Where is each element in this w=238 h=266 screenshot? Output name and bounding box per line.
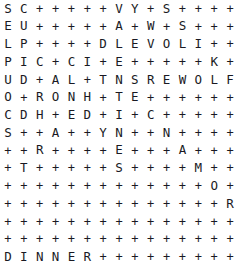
grid-cell-empty[interactable]: +	[79, 142, 95, 160]
grid-cell-empty[interactable]: +	[190, 0, 206, 18]
grid-cell-empty[interactable]: +	[63, 213, 79, 231]
grid-cell-letter[interactable]: O	[206, 177, 222, 195]
grid-cell-empty[interactable]: +	[0, 177, 16, 195]
grid-cell-empty[interactable]: +	[159, 231, 175, 249]
grid-cell-empty[interactable]: +	[48, 213, 64, 231]
grid-cell-empty[interactable]: +	[0, 195, 16, 213]
grid-cell-letter[interactable]: C	[32, 53, 48, 71]
grid-cell-empty[interactable]: +	[95, 177, 111, 195]
grid-cell-empty[interactable]: +	[63, 195, 79, 213]
grid-cell-letter[interactable]: D	[16, 106, 32, 124]
grid-cell-empty[interactable]: +	[222, 89, 238, 107]
grid-cell-empty[interactable]: +	[0, 142, 16, 160]
grid-cell-empty[interactable]: +	[143, 195, 159, 213]
grid-cell-letter[interactable]: R	[32, 142, 48, 160]
grid-cell-letter[interactable]: R	[143, 71, 159, 89]
grid-cell-letter[interactable]: A	[48, 124, 64, 142]
grid-cell-empty[interactable]: +	[206, 35, 222, 53]
grid-cell-letter[interactable]: H	[32, 106, 48, 124]
grid-cell-empty[interactable]: +	[95, 195, 111, 213]
grid-cell-empty[interactable]: +	[159, 89, 175, 107]
grid-cell-empty[interactable]: +	[32, 35, 48, 53]
grid-cell-letter[interactable]: N	[32, 248, 48, 266]
grid-cell-empty[interactable]: +	[143, 142, 159, 160]
grid-cell-empty[interactable]: +	[159, 142, 175, 160]
grid-cell-empty[interactable]: +	[48, 35, 64, 53]
grid-cell-empty[interactable]: +	[175, 106, 191, 124]
grid-cell-empty[interactable]: +	[222, 142, 238, 160]
grid-cell-letter[interactable]: C	[0, 106, 16, 124]
grid-cell-empty[interactable]: +	[190, 142, 206, 160]
grid-cell-empty[interactable]: +	[48, 195, 64, 213]
grid-cell-letter[interactable]: A	[175, 142, 191, 160]
grid-cell-empty[interactable]: +	[32, 160, 48, 178]
grid-cell-empty[interactable]: +	[63, 142, 79, 160]
word-search-grid: SC+++++VY+S++++EU+++++A+W+S+++LP++++DLEV…	[0, 0, 238, 266]
grid-cell-letter[interactable]: S	[159, 0, 175, 18]
grid-cell-letter[interactable]: E	[111, 142, 127, 160]
grid-cell-empty[interactable]: +	[95, 231, 111, 249]
grid-cell-letter[interactable]: S	[127, 71, 143, 89]
grid-cell-empty[interactable]: +	[48, 106, 64, 124]
grid-cell-empty[interactable]: +	[222, 213, 238, 231]
grid-cell-empty[interactable]: +	[190, 89, 206, 107]
grid-cell-letter[interactable]: O	[0, 89, 16, 107]
grid-cell-letter[interactable]: D	[79, 106, 95, 124]
grid-cell-empty[interactable]: +	[48, 18, 64, 36]
grid-cell-empty[interactable]: +	[127, 160, 143, 178]
grid-cell-empty[interactable]: +	[222, 231, 238, 249]
grid-cell-empty[interactable]: +	[222, 53, 238, 71]
grid-cell-empty[interactable]: +	[222, 160, 238, 178]
grid-cell-letter[interactable]: L	[111, 35, 127, 53]
grid-cell-empty[interactable]: +	[175, 231, 191, 249]
grid-cell-empty[interactable]: +	[190, 231, 206, 249]
grid-cell-letter[interactable]: W	[143, 18, 159, 36]
grid-cell-empty[interactable]: +	[143, 89, 159, 107]
grid-cell-empty[interactable]: +	[95, 18, 111, 36]
grid-cell-empty[interactable]: +	[32, 71, 48, 89]
grid-cell-empty[interactable]: +	[159, 177, 175, 195]
grid-cell-empty[interactable]: +	[190, 18, 206, 36]
grid-cell-empty[interactable]: +	[175, 195, 191, 213]
grid-cell-letter[interactable]: N	[48, 248, 64, 266]
grid-cell-letter[interactable]: I	[79, 53, 95, 71]
grid-cell-letter[interactable]: L	[0, 35, 16, 53]
grid-cell-empty[interactable]: +	[111, 195, 127, 213]
grid-cell-letter[interactable]: S	[175, 18, 191, 36]
grid-cell-letter[interactable]: E	[63, 248, 79, 266]
grid-cell-empty[interactable]: +	[0, 231, 16, 249]
grid-cell-empty[interactable]: +	[127, 106, 143, 124]
grid-cell-letter[interactable]: D	[16, 71, 32, 89]
grid-cell-empty[interactable]: +	[190, 248, 206, 266]
grid-cell-empty[interactable]: +	[206, 195, 222, 213]
grid-cell-letter[interactable]: N	[159, 124, 175, 142]
grid-cell-letter[interactable]: C	[16, 0, 32, 18]
grid-cell-empty[interactable]: +	[32, 231, 48, 249]
grid-cell-letter[interactable]: S	[0, 0, 16, 18]
grid-cell-empty[interactable]: +	[206, 124, 222, 142]
grid-cell-empty[interactable]: +	[222, 0, 238, 18]
grid-cell-empty[interactable]: +	[79, 231, 95, 249]
grid-cell-letter[interactable]: V	[143, 35, 159, 53]
grid-cell-empty[interactable]: +	[159, 106, 175, 124]
grid-cell-letter[interactable]: I	[111, 106, 127, 124]
grid-cell-empty[interactable]: +	[16, 124, 32, 142]
grid-cell-letter[interactable]: N	[63, 89, 79, 107]
grid-cell-letter[interactable]: H	[79, 89, 95, 107]
grid-cell-empty[interactable]: +	[206, 0, 222, 18]
grid-cell-letter[interactable]: V	[111, 0, 127, 18]
grid-cell-empty[interactable]: +	[111, 231, 127, 249]
grid-cell-empty[interactable]: +	[79, 35, 95, 53]
grid-cell-empty[interactable]: +	[111, 248, 127, 266]
grid-cell-empty[interactable]: +	[16, 142, 32, 160]
grid-cell-empty[interactable]: +	[159, 18, 175, 36]
grid-cell-letter[interactable]: C	[143, 106, 159, 124]
grid-cell-empty[interactable]: +	[206, 142, 222, 160]
grid-cell-empty[interactable]: +	[206, 89, 222, 107]
grid-cell-empty[interactable]: +	[48, 142, 64, 160]
grid-cell-letter[interactable]: P	[0, 53, 16, 71]
grid-cell-letter[interactable]: R	[79, 248, 95, 266]
grid-cell-letter[interactable]: S	[0, 124, 16, 142]
grid-cell-empty[interactable]: +	[159, 213, 175, 231]
grid-cell-letter[interactable]: I	[190, 35, 206, 53]
grid-cell-letter[interactable]: E	[0, 18, 16, 36]
grid-cell-empty[interactable]: +	[222, 177, 238, 195]
grid-cell-empty[interactable]: +	[95, 160, 111, 178]
grid-cell-letter[interactable]: E	[127, 89, 143, 107]
grid-cell-empty[interactable]: +	[127, 177, 143, 195]
grid-cell-empty[interactable]: +	[16, 213, 32, 231]
grid-cell-empty[interactable]: +	[16, 177, 32, 195]
grid-cell-empty[interactable]: +	[32, 213, 48, 231]
grid-cell-letter[interactable]: F	[222, 71, 238, 89]
grid-cell-empty[interactable]: +	[48, 160, 64, 178]
grid-cell-empty[interactable]: +	[175, 213, 191, 231]
grid-cell-empty[interactable]: +	[143, 124, 159, 142]
grid-cell-empty[interactable]: +	[206, 18, 222, 36]
grid-cell-empty[interactable]: +	[175, 248, 191, 266]
grid-cell-empty[interactable]: +	[159, 195, 175, 213]
grid-cell-empty[interactable]: +	[127, 195, 143, 213]
grid-cell-empty[interactable]: +	[222, 248, 238, 266]
grid-cell-empty[interactable]: +	[79, 124, 95, 142]
grid-cell-empty[interactable]: +	[95, 106, 111, 124]
grid-cell-empty[interactable]: +	[159, 53, 175, 71]
grid-cell-empty[interactable]: +	[175, 160, 191, 178]
grid-cell-empty[interactable]: +	[175, 177, 191, 195]
grid-cell-empty[interactable]: +	[95, 213, 111, 231]
grid-cell-empty[interactable]: +	[127, 142, 143, 160]
grid-cell-letter[interactable]: U	[16, 18, 32, 36]
grid-cell-letter[interactable]: W	[175, 71, 191, 89]
grid-cell-empty[interactable]: +	[143, 248, 159, 266]
grid-cell-empty[interactable]: +	[190, 53, 206, 71]
grid-cell-empty[interactable]: +	[190, 177, 206, 195]
grid-cell-empty[interactable]: +	[32, 124, 48, 142]
grid-cell-letter[interactable]: T	[16, 160, 32, 178]
grid-cell-letter[interactable]: D	[0, 248, 16, 266]
grid-cell-empty[interactable]: +	[16, 231, 32, 249]
grid-cell-empty[interactable]: +	[175, 53, 191, 71]
grid-cell-empty[interactable]: +	[206, 106, 222, 124]
grid-cell-letter[interactable]: L	[63, 71, 79, 89]
grid-cell-empty[interactable]: +	[95, 0, 111, 18]
grid-cell-empty[interactable]: +	[143, 213, 159, 231]
grid-cell-empty[interactable]: +	[190, 124, 206, 142]
grid-cell-empty[interactable]: +	[79, 0, 95, 18]
grid-cell-letter[interactable]: S	[111, 160, 127, 178]
grid-cell-empty[interactable]: +	[206, 160, 222, 178]
grid-cell-empty[interactable]: +	[206, 248, 222, 266]
grid-cell-empty[interactable]: +	[79, 71, 95, 89]
grid-cell-letter[interactable]: D	[95, 35, 111, 53]
grid-cell-empty[interactable]: +	[190, 195, 206, 213]
grid-cell-empty[interactable]: +	[206, 213, 222, 231]
grid-cell-empty[interactable]: +	[0, 160, 16, 178]
grid-cell-empty[interactable]: +	[95, 248, 111, 266]
grid-cell-empty[interactable]: +	[95, 142, 111, 160]
grid-cell-empty[interactable]: +	[32, 195, 48, 213]
grid-cell-empty[interactable]: +	[143, 160, 159, 178]
grid-cell-empty[interactable]: +	[63, 124, 79, 142]
grid-cell-letter[interactable]: L	[206, 71, 222, 89]
grid-cell-empty[interactable]: +	[79, 177, 95, 195]
grid-cell-empty[interactable]: +	[63, 231, 79, 249]
grid-cell-empty[interactable]: +	[175, 0, 191, 18]
grid-cell-empty[interactable]: +	[143, 231, 159, 249]
grid-cell-empty[interactable]: +	[32, 177, 48, 195]
grid-cell-empty[interactable]: +	[206, 231, 222, 249]
grid-cell-letter[interactable]: R	[222, 195, 238, 213]
grid-cell-letter[interactable]: A	[111, 18, 127, 36]
grid-cell-empty[interactable]: +	[159, 248, 175, 266]
grid-cell-empty[interactable]: +	[127, 18, 143, 36]
grid-cell-letter[interactable]: Y	[127, 0, 143, 18]
grid-cell-empty[interactable]: +	[175, 124, 191, 142]
grid-cell-empty[interactable]: +	[16, 195, 32, 213]
grid-cell-empty[interactable]: +	[63, 160, 79, 178]
grid-cell-empty[interactable]: +	[95, 53, 111, 71]
grid-cell-empty[interactable]: +	[63, 0, 79, 18]
grid-cell-letter[interactable]: K	[206, 53, 222, 71]
grid-cell-empty[interactable]: +	[63, 177, 79, 195]
grid-cell-empty[interactable]: +	[63, 18, 79, 36]
grid-cell-empty[interactable]: +	[190, 213, 206, 231]
grid-cell-letter[interactable]: L	[175, 35, 191, 53]
grid-cell-letter[interactable]: A	[48, 71, 64, 89]
grid-cell-letter[interactable]: I	[16, 53, 32, 71]
grid-cell-empty[interactable]: +	[95, 89, 111, 107]
grid-cell-empty[interactable]: +	[79, 160, 95, 178]
grid-cell-letter[interactable]: C	[63, 53, 79, 71]
grid-cell-letter[interactable]: O	[48, 89, 64, 107]
grid-cell-empty[interactable]: +	[127, 53, 143, 71]
grid-cell-empty[interactable]: +	[79, 18, 95, 36]
grid-cell-empty[interactable]: +	[48, 231, 64, 249]
grid-cell-letter[interactable]: E	[63, 106, 79, 124]
grid-cell-letter[interactable]: O	[159, 35, 175, 53]
grid-cell-empty[interactable]: +	[32, 18, 48, 36]
grid-cell-empty[interactable]: +	[0, 213, 16, 231]
grid-cell-letter[interactable]: O	[190, 71, 206, 89]
grid-cell-empty[interactable]: +	[143, 0, 159, 18]
grid-cell-empty[interactable]: +	[222, 106, 238, 124]
grid-cell-letter[interactable]: T	[111, 89, 127, 107]
grid-cell-empty[interactable]: +	[175, 89, 191, 107]
grid-cell-empty[interactable]: +	[48, 53, 64, 71]
grid-cell-letter[interactable]: Y	[95, 124, 111, 142]
grid-cell-letter[interactable]: T	[95, 71, 111, 89]
grid-cell-letter[interactable]: P	[16, 35, 32, 53]
grid-cell-empty[interactable]: +	[222, 124, 238, 142]
grid-cell-letter[interactable]: U	[0, 71, 16, 89]
grid-cell-empty[interactable]: +	[48, 177, 64, 195]
grid-cell-empty[interactable]: +	[111, 213, 127, 231]
grid-cell-empty[interactable]: +	[190, 106, 206, 124]
grid-cell-empty[interactable]: +	[16, 89, 32, 107]
grid-cell-letter[interactable]: E	[159, 71, 175, 89]
grid-cell-empty[interactable]: +	[143, 177, 159, 195]
grid-cell-letter[interactable]: E	[127, 35, 143, 53]
grid-cell-empty[interactable]: +	[143, 53, 159, 71]
grid-cell-letter[interactable]: N	[111, 124, 127, 142]
grid-cell-letter[interactable]: E	[111, 53, 127, 71]
grid-cell-empty[interactable]: +	[127, 231, 143, 249]
grid-cell-empty[interactable]: +	[222, 18, 238, 36]
grid-cell-empty[interactable]: +	[127, 124, 143, 142]
grid-cell-empty[interactable]: +	[127, 213, 143, 231]
grid-cell-empty[interactable]: +	[32, 0, 48, 18]
grid-cell-letter[interactable]: N	[111, 71, 127, 89]
grid-cell-letter[interactable]: M	[190, 160, 206, 178]
grid-cell-empty[interactable]: +	[79, 213, 95, 231]
grid-cell-empty[interactable]: +	[63, 35, 79, 53]
grid-cell-empty[interactable]: +	[48, 0, 64, 18]
grid-cell-letter[interactable]: R	[32, 89, 48, 107]
grid-cell-letter[interactable]: I	[16, 248, 32, 266]
grid-cell-empty[interactable]: +	[127, 248, 143, 266]
grid-cell-empty[interactable]: +	[79, 195, 95, 213]
grid-cell-empty[interactable]: +	[111, 177, 127, 195]
grid-cell-empty[interactable]: +	[159, 160, 175, 178]
grid-cell-empty[interactable]: +	[222, 35, 238, 53]
